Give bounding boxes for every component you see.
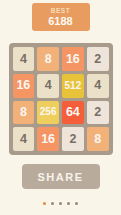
tile-r3c1: 8	[13, 101, 35, 125]
tile-r1c3: 16	[62, 47, 84, 71]
best-score-badge: BEST 6188	[32, 3, 90, 31]
best-score-label: BEST	[51, 7, 71, 14]
page-dot-4[interactable]	[67, 202, 70, 205]
tile-r4c4: 8	[87, 127, 109, 151]
tile-r2c1: 16	[13, 74, 35, 98]
tile-r4c3: 2	[62, 127, 84, 151]
tile-r4c1: 4	[13, 127, 35, 151]
tile-r3c4: 2	[87, 101, 109, 125]
app-screen: BEST 6188 481621645124825664241628 SHARE	[0, 0, 121, 215]
tile-r3c2: 256	[37, 101, 59, 125]
best-score-value: 6188	[48, 15, 72, 27]
tile-r2c4: 4	[87, 74, 109, 98]
page-dot-3[interactable]	[59, 202, 62, 205]
tile-r1c4: 2	[87, 47, 109, 71]
board[interactable]: 481621645124825664241628	[9, 43, 113, 155]
tile-r2c3: 512	[62, 74, 84, 98]
tile-r1c2: 8	[37, 47, 59, 71]
tile-r2c2: 4	[37, 74, 59, 98]
page-dot-1[interactable]	[43, 202, 46, 205]
page-dots[interactable]	[43, 202, 78, 205]
tile-r4c2: 16	[37, 127, 59, 151]
page-dot-2[interactable]	[51, 202, 54, 205]
share-button[interactable]: SHARE	[22, 164, 100, 189]
page-dot-5[interactable]	[75, 202, 78, 205]
tile-r1c1: 4	[13, 47, 35, 71]
tile-r3c3: 64	[62, 101, 84, 125]
